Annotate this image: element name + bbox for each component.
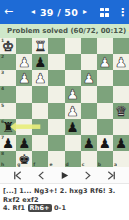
rank-label-2: 2 — [1, 54, 4, 59]
square-a1[interactable] — [113, 38, 129, 54]
square-d6[interactable]: ♟ — [65, 119, 81, 135]
square-g2[interactable]: ♟ — [16, 54, 32, 70]
square-b4[interactable] — [97, 86, 113, 102]
square-c6[interactable] — [81, 119, 97, 135]
move-list: [...] 1... Ng3+! 2. hxg3 Rf6! 3. Rxf2 ex… — [0, 184, 129, 213]
square-a7[interactable]: ♟ — [113, 135, 129, 151]
file-label-d: d — [66, 162, 69, 167]
file-label-c: c — [82, 162, 85, 167]
square-b8[interactable]: b — [97, 151, 113, 167]
square-e1[interactable] — [48, 38, 64, 54]
square-h4[interactable]: 4 — [0, 86, 16, 102]
square-e3[interactable] — [48, 70, 64, 86]
problem-counter: 39 / 50 — [40, 7, 78, 18]
square-d5[interactable]: ♟ — [65, 103, 81, 119]
square-g8[interactable]: g♚ — [16, 151, 32, 167]
square-f2[interactable]: ♟ — [32, 54, 48, 70]
square-g7[interactable]: ♟ — [16, 135, 32, 151]
black-piece-c7[interactable]: ♟ — [81, 135, 97, 151]
black-piece-b7[interactable]: ♟ — [97, 135, 113, 151]
square-h7[interactable]: 7♟ — [0, 135, 16, 151]
rank-label-1: 1 — [1, 38, 4, 43]
square-d3[interactable] — [65, 70, 81, 86]
square-a8[interactable]: a — [113, 151, 129, 167]
square-f1[interactable]: ♜ — [32, 38, 48, 54]
square-a4[interactable] — [113, 86, 129, 102]
square-g1[interactable] — [16, 38, 32, 54]
square-c3[interactable]: ♟ — [81, 70, 97, 86]
white-piece-a2[interactable]: ♟ — [113, 54, 129, 70]
square-c8[interactable]: c — [81, 151, 97, 167]
square-d7[interactable] — [65, 135, 81, 151]
next-problem-icon[interactable]: ▸ — [83, 0, 87, 24]
white-piece-g2[interactable]: ♟ — [16, 54, 32, 70]
app-window: ← ◂ 39 / 50 ▸ ⋮ Problem solved (60/72, 0… — [0, 0, 129, 220]
square-f8[interactable]: f — [32, 151, 48, 167]
white-piece-b2[interactable]: ♟ — [97, 54, 113, 70]
square-c5[interactable] — [81, 103, 97, 119]
square-d8[interactable]: d — [65, 151, 81, 167]
black-piece-f2[interactable]: ♟ — [32, 54, 48, 70]
rank-label-6: 6 — [1, 119, 4, 124]
chess-board[interactable]: 1♚♜2♟♟♟♟3♟♟♟4♟5♟♛6♜♟7♟♟♟♟♟8hg♚fedcba — [0, 38, 129, 167]
rank-label-8: 8 — [1, 151, 4, 156]
playback-toolbar — [0, 167, 129, 184]
square-h2[interactable]: 2 — [0, 54, 16, 70]
black-piece-d6[interactable]: ♟ — [65, 119, 81, 135]
play-button[interactable] — [58, 169, 71, 182]
square-b2[interactable]: ♟ — [97, 54, 113, 70]
white-piece-g3[interactable]: ♟ — [16, 70, 32, 86]
white-piece-f1[interactable]: ♜ — [32, 38, 48, 54]
square-f3[interactable]: ♟ — [32, 70, 48, 86]
square-h8[interactable]: 8h — [0, 151, 16, 167]
white-piece-a5[interactable]: ♛ — [113, 103, 129, 119]
square-a6[interactable] — [113, 119, 129, 135]
overflow-menu-icon[interactable]: ⋮ — [117, 6, 125, 19]
square-g3[interactable]: ♟ — [16, 70, 32, 86]
file-label-e: e — [49, 162, 52, 167]
back-icon[interactable]: ← — [4, 0, 18, 24]
rank-label-3: 3 — [1, 70, 4, 75]
move-line-1[interactable]: [...] 1... Ng3+! 2. hxg3 Rf6! 3. Rxf2 ex… — [3, 187, 115, 204]
step-forward-button[interactable] — [81, 169, 94, 182]
file-label-g: g — [17, 162, 20, 167]
next-problem-arrow-icon[interactable]: → — [126, 24, 129, 38]
file-label-f: f — [33, 162, 35, 167]
square-g6[interactable] — [16, 119, 32, 135]
square-f5[interactable] — [32, 103, 48, 119]
square-b1[interactable] — [97, 38, 113, 54]
file-label-b: b — [98, 162, 101, 167]
square-c1[interactable] — [81, 38, 97, 54]
step-back-button[interactable] — [35, 169, 48, 182]
file-label-h: h — [1, 162, 4, 167]
square-b6[interactable] — [97, 119, 113, 135]
move-line-2-prefix[interactable]: 4. Rf1 — [3, 204, 25, 212]
prev-problem-icon[interactable]: ◂ — [31, 0, 35, 24]
rank-label-5: 5 — [1, 103, 4, 108]
square-f6[interactable] — [32, 119, 48, 135]
square-d1[interactable] — [65, 38, 81, 54]
square-e8[interactable]: e — [48, 151, 64, 167]
status-text: Problem solved (60/72, 00:12) — [7, 27, 126, 35]
square-f7[interactable] — [32, 135, 48, 151]
white-piece-f3[interactable]: ♟ — [32, 70, 48, 86]
square-a3[interactable] — [113, 70, 129, 86]
square-c7[interactable]: ♟ — [81, 135, 97, 151]
square-h3[interactable]: 3 — [0, 70, 16, 86]
problem-navigation: ◂ 39 / 50 ▸ — [18, 0, 100, 24]
skip-to-end-button[interactable] — [105, 169, 118, 182]
rank-label-7: 7 — [1, 135, 4, 140]
square-h5[interactable]: 5 — [0, 103, 16, 119]
square-a5[interactable]: ♛ — [113, 103, 129, 119]
app-bar: ← ◂ 39 / 50 ▸ ⋮ — [0, 0, 129, 24]
square-e4[interactable] — [48, 86, 64, 102]
square-f4[interactable] — [32, 86, 48, 102]
rank-label-4: 4 — [1, 86, 4, 91]
status-banner: Problem solved (60/72, 00:12) → — [0, 24, 129, 38]
black-piece-g7[interactable]: ♟ — [16, 135, 32, 151]
file-label-a: a — [114, 162, 117, 167]
white-piece-d4[interactable]: ♟ — [65, 86, 81, 102]
game-result: 0-1 — [54, 204, 66, 212]
square-c2[interactable] — [81, 54, 97, 70]
square-a2[interactable]: ♟ — [113, 54, 129, 70]
white-piece-d5[interactable]: ♟ — [65, 103, 81, 119]
skip-to-start-button[interactable] — [11, 169, 24, 182]
square-b3[interactable] — [97, 70, 113, 86]
current-move[interactable]: Rh6+ — [28, 204, 52, 212]
square-h1[interactable]: 1♚ — [0, 38, 16, 54]
square-c4[interactable] — [81, 86, 97, 102]
black-piece-a7[interactable]: ♟ — [113, 135, 129, 151]
square-d4[interactable]: ♟ — [65, 86, 81, 102]
square-b5[interactable] — [97, 103, 113, 119]
square-e2[interactable] — [48, 54, 64, 70]
problem-list-grid-icon[interactable] — [100, 8, 109, 17]
square-e6[interactable] — [48, 119, 64, 135]
square-d2[interactable] — [65, 54, 81, 70]
square-e5[interactable] — [48, 103, 64, 119]
square-b7[interactable]: ♟ — [97, 135, 113, 151]
square-g5[interactable] — [16, 103, 32, 119]
square-e7[interactable] — [48, 135, 64, 151]
square-g4[interactable] — [16, 86, 32, 102]
square-h6[interactable]: 6♜ — [0, 119, 16, 135]
white-piece-c3[interactable]: ♟ — [81, 70, 97, 86]
